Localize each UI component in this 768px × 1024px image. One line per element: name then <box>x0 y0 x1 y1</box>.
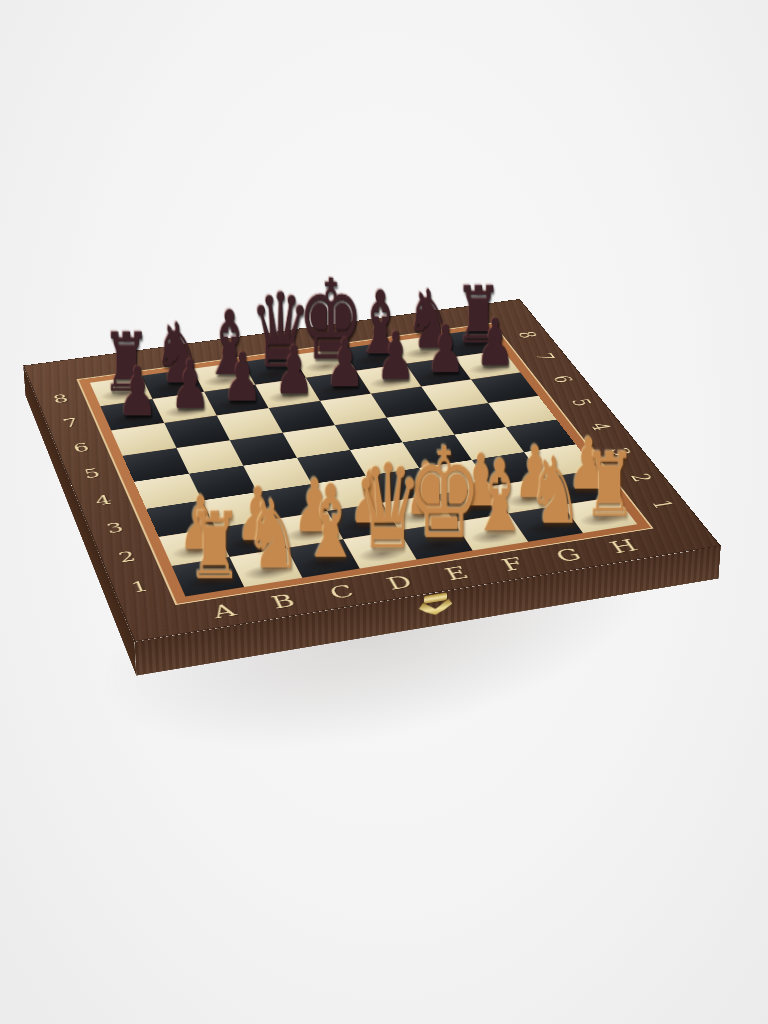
brass-clasp-icon <box>419 592 453 625</box>
white-rook-h1: ♜ <box>583 443 636 527</box>
white-knight-g1: ♞ <box>527 448 582 536</box>
black-pawn-c7: ♟ <box>222 347 262 411</box>
black-pawn-d7: ♟ <box>274 340 314 403</box>
white-bishop-c1: ♝ <box>300 476 360 572</box>
black-pawn-e7: ♟ <box>325 333 365 396</box>
black-pawn-g7: ♟ <box>426 319 465 381</box>
product-photo-stage: ♜♞♝♛♚♝♞♜♟♟♟♟♟♟♟♟♟♟♟♟♟♟♟♟♜♞♝♛♚♝♞♜ ABCDEFG… <box>0 0 768 1024</box>
chess-board: ♜♞♝♛♚♝♞♜♟♟♟♟♟♟♟♟♟♟♟♟♟♟♟♟♜♞♝♛♚♝♞♜ ABCDEFG… <box>23 299 721 642</box>
black-pawn-f7: ♟ <box>376 326 415 389</box>
black-pawn-b7: ♟ <box>170 354 210 418</box>
white-rook-a1: ♜ <box>187 502 242 590</box>
black-pawn-a7: ♟ <box>117 361 158 425</box>
white-knight-b1: ♞ <box>244 490 301 580</box>
white-queen-d1: ♛ <box>353 452 423 563</box>
